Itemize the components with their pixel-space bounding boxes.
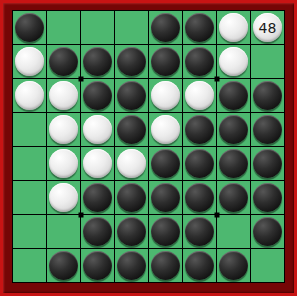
- cell-f5[interactable]: [183, 147, 216, 180]
- star-point: [214, 76, 219, 81]
- black-disc: [219, 251, 248, 280]
- black-disc: [151, 149, 180, 178]
- black-disc: [151, 217, 180, 246]
- cell-a2[interactable]: [13, 45, 46, 78]
- cell-g3[interactable]: [217, 79, 250, 112]
- black-disc: [83, 217, 112, 246]
- white-disc: [151, 81, 180, 110]
- cell-c3[interactable]: [81, 79, 114, 112]
- cell-h7[interactable]: [251, 215, 284, 248]
- black-disc: [151, 251, 180, 280]
- white-disc: [151, 115, 180, 144]
- white-disc: [49, 115, 78, 144]
- star-point: [78, 212, 83, 217]
- cell-f2[interactable]: [183, 45, 216, 78]
- last-move-number: 48: [253, 13, 282, 42]
- cell-b8[interactable]: [47, 249, 80, 282]
- white-disc: [49, 149, 78, 178]
- white-disc: [49, 183, 78, 212]
- black-disc: [83, 251, 112, 280]
- black-disc: [185, 251, 214, 280]
- cell-f7[interactable]: [183, 215, 216, 248]
- black-disc: [253, 149, 282, 178]
- cell-e1[interactable]: [149, 11, 182, 44]
- othello-board-frame: 48: [0, 0, 297, 296]
- cell-a4[interactable]: [13, 113, 46, 146]
- white-disc: [219, 13, 248, 42]
- black-disc: [117, 115, 146, 144]
- cell-e2[interactable]: [149, 45, 182, 78]
- cell-d1[interactable]: [115, 11, 148, 44]
- black-disc: [185, 115, 214, 144]
- cell-a3[interactable]: [13, 79, 46, 112]
- black-disc: [117, 217, 146, 246]
- black-disc: [185, 13, 214, 42]
- black-disc: [151, 13, 180, 42]
- white-disc: [185, 81, 214, 110]
- cell-e7[interactable]: [149, 215, 182, 248]
- cell-b7[interactable]: [47, 215, 80, 248]
- black-disc: [219, 81, 248, 110]
- cell-b3[interactable]: [47, 79, 80, 112]
- cell-b5[interactable]: [47, 147, 80, 180]
- black-disc: [151, 47, 180, 76]
- black-disc: [253, 183, 282, 212]
- cell-a6[interactable]: [13, 181, 46, 214]
- cell-a7[interactable]: [13, 215, 46, 248]
- white-disc: [83, 115, 112, 144]
- black-disc: [151, 183, 180, 212]
- cell-d4[interactable]: [115, 113, 148, 146]
- star-point: [214, 212, 219, 217]
- cell-c1[interactable]: [81, 11, 114, 44]
- cell-h5[interactable]: [251, 147, 284, 180]
- cell-c8[interactable]: [81, 249, 114, 282]
- cell-b2[interactable]: [47, 45, 80, 78]
- black-disc: [117, 251, 146, 280]
- cell-c5[interactable]: [81, 147, 114, 180]
- black-disc: [83, 183, 112, 212]
- cell-d2[interactable]: [115, 45, 148, 78]
- cell-e5[interactable]: [149, 147, 182, 180]
- cell-c6[interactable]: [81, 181, 114, 214]
- cell-f8[interactable]: [183, 249, 216, 282]
- black-disc: [83, 47, 112, 76]
- black-disc: [117, 47, 146, 76]
- black-disc: [49, 47, 78, 76]
- cell-e6[interactable]: [149, 181, 182, 214]
- black-disc: [15, 13, 44, 42]
- white-disc: [83, 149, 112, 178]
- cell-a5[interactable]: [13, 147, 46, 180]
- black-disc: [49, 251, 78, 280]
- black-disc: [219, 183, 248, 212]
- white-disc: 48: [253, 13, 282, 42]
- star-point: [78, 76, 83, 81]
- cell-g2[interactable]: [217, 45, 250, 78]
- cell-d7[interactable]: [115, 215, 148, 248]
- cell-e3[interactable]: [149, 79, 182, 112]
- white-disc: [117, 149, 146, 178]
- black-disc: [185, 217, 214, 246]
- cell-h3[interactable]: [251, 79, 284, 112]
- cell-c2[interactable]: [81, 45, 114, 78]
- cell-g8[interactable]: [217, 249, 250, 282]
- cell-h4[interactable]: [251, 113, 284, 146]
- black-disc: [219, 115, 248, 144]
- white-disc: [49, 81, 78, 110]
- cell-b4[interactable]: [47, 113, 80, 146]
- black-disc: [253, 217, 282, 246]
- cell-g4[interactable]: [217, 113, 250, 146]
- black-disc: [185, 183, 214, 212]
- cell-f4[interactable]: [183, 113, 216, 146]
- black-disc: [253, 115, 282, 144]
- cell-h1[interactable]: 48: [251, 11, 284, 44]
- cell-g6[interactable]: [217, 181, 250, 214]
- cell-e8[interactable]: [149, 249, 182, 282]
- cell-c4[interactable]: [81, 113, 114, 146]
- cell-d3[interactable]: [115, 79, 148, 112]
- black-disc: [185, 149, 214, 178]
- cell-h8[interactable]: [251, 249, 284, 282]
- cell-g1[interactable]: [217, 11, 250, 44]
- white-disc: [219, 47, 248, 76]
- cell-a1[interactable]: [13, 11, 46, 44]
- black-disc: [219, 149, 248, 178]
- cell-d5[interactable]: [115, 147, 148, 180]
- cell-b6[interactable]: [47, 181, 80, 214]
- cell-d6[interactable]: [115, 181, 148, 214]
- cell-f3[interactable]: [183, 79, 216, 112]
- white-disc: [15, 81, 44, 110]
- black-disc: [185, 47, 214, 76]
- white-disc: [15, 47, 44, 76]
- black-disc: [117, 183, 146, 212]
- cell-b1[interactable]: [47, 11, 80, 44]
- cell-a8[interactable]: [13, 249, 46, 282]
- cell-h6[interactable]: [251, 181, 284, 214]
- cell-e4[interactable]: [149, 113, 182, 146]
- black-disc: [83, 81, 112, 110]
- cell-c7[interactable]: [81, 215, 114, 248]
- cell-g5[interactable]: [217, 147, 250, 180]
- black-disc: [253, 81, 282, 110]
- black-disc: [117, 81, 146, 110]
- board: 48: [12, 10, 285, 283]
- cell-f1[interactable]: [183, 11, 216, 44]
- cell-d8[interactable]: [115, 249, 148, 282]
- cell-h2[interactable]: [251, 45, 284, 78]
- cell-g7[interactable]: [217, 215, 250, 248]
- cell-f6[interactable]: [183, 181, 216, 214]
